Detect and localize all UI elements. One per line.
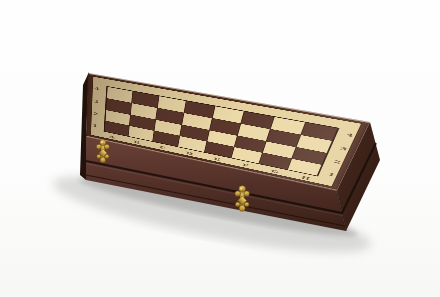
product-photo-stage: ABCDEFGH44332211 [0,0,440,297]
brass-clasp-right [235,186,249,212]
hardware-layer [0,0,440,297]
brass-clasp-left [96,140,109,163]
back-edge-glint [89,74,370,123]
front-edge-glint [87,137,337,191]
